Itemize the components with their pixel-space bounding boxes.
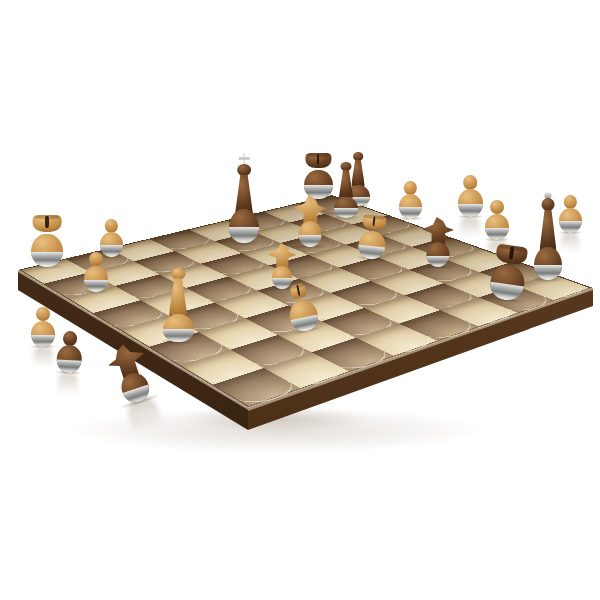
- slot: [45, 216, 48, 229]
- pawn-body: [485, 214, 509, 240]
- neck: [540, 210, 557, 250]
- pawn-head: [62, 331, 77, 347]
- crown: [495, 243, 528, 265]
- light-bishop-piece[interactable]: [163, 268, 194, 342]
- crown: [361, 214, 387, 231]
- slot: [509, 246, 514, 260]
- light-knight-piece[interactable]: [294, 195, 327, 247]
- light-pawn-piece[interactable]: [399, 181, 422, 219]
- body: [426, 242, 449, 267]
- light-pawn-piece[interactable]: [485, 200, 509, 240]
- light-pawn-piece[interactable]: [31, 307, 55, 347]
- slot: [317, 154, 320, 165]
- slot: [372, 216, 376, 227]
- pawn-body: [399, 194, 422, 219]
- body: [31, 234, 63, 267]
- pawn-body: [458, 189, 483, 217]
- floor-reflection: [460, 217, 481, 246]
- horse-head: [294, 195, 327, 224]
- product-photo-scene: [0, 0, 600, 600]
- floor-reflection: [561, 233, 580, 260]
- neck: [169, 278, 188, 315]
- light-knight-piece[interactable]: [268, 243, 297, 289]
- body: [534, 247, 562, 280]
- pawn-head: [463, 175, 478, 190]
- crown: [33, 215, 62, 232]
- pawn-head: [403, 181, 416, 195]
- dark-pawn-piece[interactable]: [56, 330, 83, 373]
- horse-head: [422, 217, 454, 245]
- pawn-head: [104, 219, 117, 233]
- knob: [171, 268, 185, 280]
- pawn-head: [36, 307, 50, 321]
- pawn-body: [84, 266, 108, 292]
- body: [334, 197, 358, 218]
- dark-bishop-piece[interactable]: [334, 162, 358, 218]
- pawn-body: [31, 321, 55, 347]
- dark-queen-piece[interactable]: [534, 192, 562, 280]
- knob: [340, 162, 351, 171]
- light-pawn-piece[interactable]: [84, 252, 108, 292]
- pawn-head: [89, 252, 103, 266]
- neck: [339, 170, 353, 198]
- floor-reflection: [56, 372, 78, 402]
- pawn-body: [56, 345, 82, 374]
- light-rook-piece[interactable]: [31, 215, 63, 267]
- horse-head: [268, 243, 297, 269]
- slot: [296, 285, 300, 296]
- body: [298, 221, 322, 247]
- dark-rook-piece[interactable]: [304, 153, 333, 199]
- body: [229, 209, 259, 243]
- pawn-head: [563, 195, 576, 209]
- light-pawn-piece[interactable]: [458, 175, 483, 217]
- dark-knight-piece[interactable]: [422, 217, 454, 267]
- crown: [305, 153, 331, 168]
- body: [163, 314, 194, 342]
- knob: [353, 152, 364, 161]
- light-rook-piece[interactable]: [357, 214, 388, 261]
- crown: [289, 282, 308, 299]
- dark-king-piece[interactable]: [229, 153, 259, 243]
- knob: [542, 198, 555, 211]
- knob: [237, 164, 251, 177]
- board-front-shadow: [140, 404, 410, 440]
- pawn-head: [490, 200, 504, 214]
